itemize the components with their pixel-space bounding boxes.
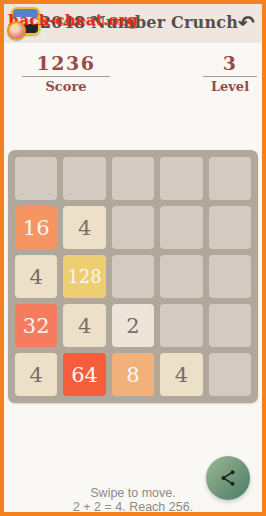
empty-cell xyxy=(160,206,202,249)
empty-cell xyxy=(209,157,251,200)
empty-cell xyxy=(112,255,154,298)
tile-4: 4 xyxy=(160,353,202,396)
empty-cell xyxy=(209,304,251,347)
tile-2: 2 xyxy=(112,304,154,347)
app-screen: 2048 Number Crunch ↶ hack-cheat.org 1236… xyxy=(0,0,266,516)
score-block: 1236 Score xyxy=(22,52,110,94)
empty-cell xyxy=(160,304,202,347)
tile-64: 64 xyxy=(63,353,105,396)
share-button[interactable] xyxy=(206,456,250,500)
empty-cell xyxy=(112,206,154,249)
level-block: 3 Level xyxy=(203,52,257,94)
tile-4: 4 xyxy=(15,255,57,298)
tile-128: 128 xyxy=(63,255,105,298)
empty-cell xyxy=(112,157,154,200)
empty-cell xyxy=(209,353,251,396)
stats-row: 1236 Score 3 Level xyxy=(4,52,262,92)
tile-16: 16 xyxy=(15,206,57,249)
score-label: Score xyxy=(22,79,110,94)
watermark-avatar-badge xyxy=(7,21,26,40)
empty-cell xyxy=(160,255,202,298)
app-bar-actions: ↶ xyxy=(238,13,266,32)
empty-cell xyxy=(15,157,57,200)
level-value: 3 xyxy=(203,52,257,77)
board-grid[interactable]: 1644128324246484 xyxy=(8,150,258,403)
empty-cell xyxy=(160,157,202,200)
tile-4: 4 xyxy=(15,353,57,396)
tile-32: 32 xyxy=(15,304,57,347)
score-value: 1236 xyxy=(22,52,110,77)
watermark-text: hack-cheat.org xyxy=(8,11,138,29)
empty-cell xyxy=(209,206,251,249)
empty-cell xyxy=(63,157,105,200)
share-icon xyxy=(218,468,238,488)
empty-cell xyxy=(209,255,251,298)
hint-goal: 2 + 2 = 4. Reach 256. xyxy=(4,500,262,514)
tile-8: 8 xyxy=(112,353,154,396)
tile-4: 4 xyxy=(63,206,105,249)
level-label: Level xyxy=(203,79,257,94)
undo-icon[interactable]: ↶ xyxy=(238,14,255,32)
tile-4: 4 xyxy=(63,304,105,347)
